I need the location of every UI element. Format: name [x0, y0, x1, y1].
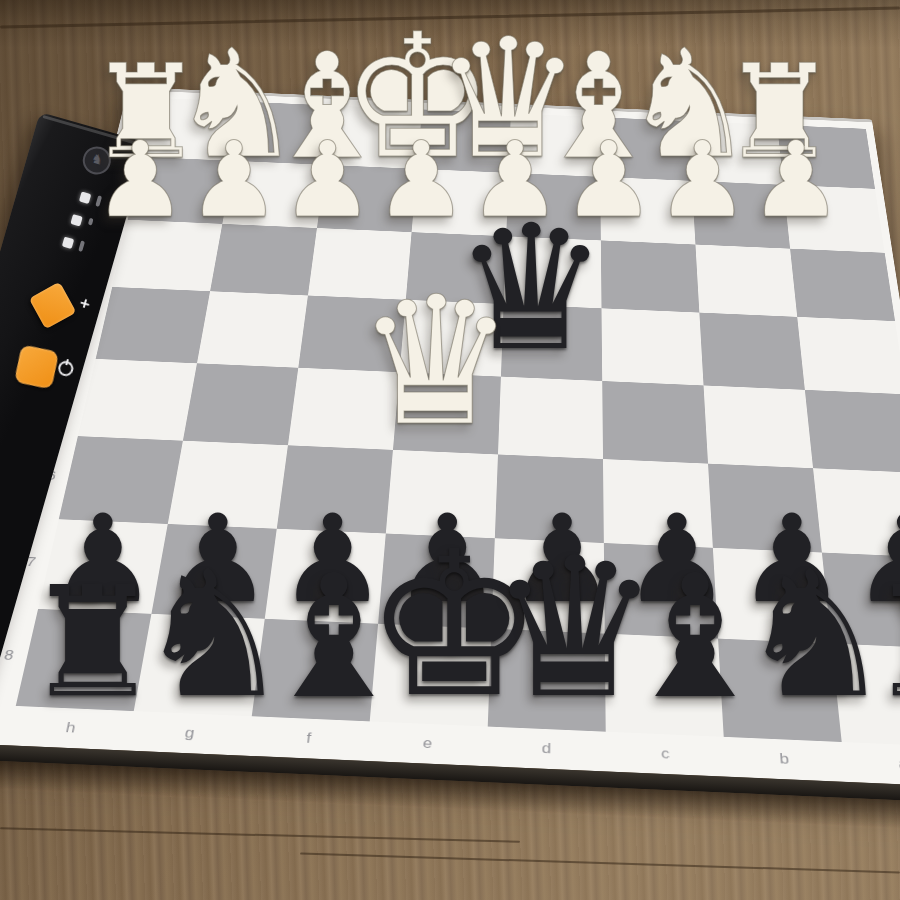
file-label-a: a: [842, 745, 900, 783]
square-a5: [805, 390, 900, 473]
square-a3: [790, 249, 895, 321]
piece-white-pawn-a2[interactable]: ♟: [743, 128, 848, 233]
square-b3: [695, 245, 797, 317]
photo-scene: 12345678 hgfedcba ♞ + ♜♞♝♚♛♝♞♜♟♟♟♟♟♟♟♟♛♛…: [0, 0, 900, 900]
square-b5: [704, 385, 814, 468]
plus-icon: +: [75, 294, 95, 314]
square-a4: [797, 317, 900, 394]
square-h5: [78, 359, 197, 441]
power-icon: [57, 359, 76, 378]
led-caption-mark: [78, 240, 85, 252]
led-indicator-2: [70, 214, 82, 226]
piece-white-pawn-h2[interactable]: ♟: [88, 128, 193, 233]
file-label-b: b: [724, 740, 846, 778]
piece-white-pawn-f2[interactable]: ♟: [275, 128, 380, 233]
piece-black-rook-a8[interactable]: ♜: [860, 567, 900, 719]
power-button[interactable]: [14, 344, 59, 389]
piece-white-pawn-g2[interactable]: ♟: [181, 128, 286, 233]
square-g5: [183, 363, 298, 445]
square-b4: [699, 313, 804, 390]
piece-white-queen-e5[interactable]: ♛: [347, 273, 525, 451]
diamond-button[interactable]: [29, 282, 77, 330]
led-indicator-3: [62, 237, 74, 249]
square-c5: [602, 381, 708, 464]
piece-white-pawn-b2[interactable]: ♟: [650, 128, 755, 233]
square-g4: [197, 291, 308, 368]
square-h4: [96, 287, 210, 363]
